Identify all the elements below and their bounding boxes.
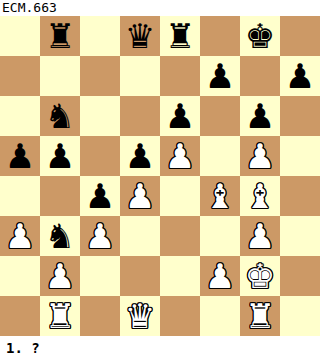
- square-c5[interactable]: [80, 136, 120, 176]
- square-d8[interactable]: ♛: [120, 16, 160, 56]
- square-d5[interactable]: ♟: [120, 136, 160, 176]
- square-a3[interactable]: ♟: [0, 216, 40, 256]
- square-e3[interactable]: [160, 216, 200, 256]
- square-f8[interactable]: [200, 16, 240, 56]
- square-g6[interactable]: ♟: [240, 96, 280, 136]
- white-pawn-piece: ♟: [40, 256, 80, 296]
- square-e7[interactable]: [160, 56, 200, 96]
- square-g4[interactable]: ♝: [240, 176, 280, 216]
- white-king-piece: ♚: [240, 256, 280, 296]
- square-e8[interactable]: ♜: [160, 16, 200, 56]
- square-a6[interactable]: [0, 96, 40, 136]
- square-g7[interactable]: [240, 56, 280, 96]
- black-pawn-piece: ♟: [160, 96, 200, 136]
- square-c8[interactable]: [80, 16, 120, 56]
- square-f4[interactable]: ♝: [200, 176, 240, 216]
- square-h7[interactable]: ♟: [280, 56, 320, 96]
- square-a4[interactable]: [0, 176, 40, 216]
- square-a8[interactable]: [0, 16, 40, 56]
- black-rook-piece: ♜: [40, 16, 80, 56]
- square-b3[interactable]: ♞: [40, 216, 80, 256]
- square-d2[interactable]: [120, 256, 160, 296]
- square-d6[interactable]: [120, 96, 160, 136]
- square-g8[interactable]: ♚: [240, 16, 280, 56]
- black-pawn-piece: ♟: [0, 136, 40, 176]
- square-a5[interactable]: ♟: [0, 136, 40, 176]
- square-f5[interactable]: [200, 136, 240, 176]
- black-knight-piece: ♞: [40, 216, 80, 256]
- move-prompt: 1. ?: [0, 336, 320, 356]
- puzzle-title: ECM.663: [0, 0, 320, 16]
- white-pawn-piece: ♟: [80, 216, 120, 256]
- square-h4[interactable]: [280, 176, 320, 216]
- white-pawn-piece: ♟: [240, 136, 280, 176]
- black-pawn-piece: ♟: [280, 56, 320, 96]
- square-a2[interactable]: [0, 256, 40, 296]
- square-b5[interactable]: ♟: [40, 136, 80, 176]
- square-c6[interactable]: [80, 96, 120, 136]
- square-h2[interactable]: [280, 256, 320, 296]
- square-d1[interactable]: ♛: [120, 296, 160, 336]
- square-a1[interactable]: [0, 296, 40, 336]
- square-f2[interactable]: ♟: [200, 256, 240, 296]
- square-f3[interactable]: [200, 216, 240, 256]
- square-h6[interactable]: [280, 96, 320, 136]
- square-d4[interactable]: ♟: [120, 176, 160, 216]
- black-king-piece: ♚: [240, 16, 280, 56]
- square-g2[interactable]: ♚: [240, 256, 280, 296]
- white-bishop-piece: ♝: [240, 176, 280, 216]
- white-pawn-piece: ♟: [160, 136, 200, 176]
- square-f1[interactable]: [200, 296, 240, 336]
- square-c1[interactable]: [80, 296, 120, 336]
- black-pawn-piece: ♟: [80, 176, 120, 216]
- black-knight-piece: ♞: [40, 96, 80, 136]
- black-pawn-piece: ♟: [40, 136, 80, 176]
- square-g5[interactable]: ♟: [240, 136, 280, 176]
- square-b4[interactable]: [40, 176, 80, 216]
- square-h8[interactable]: [280, 16, 320, 56]
- square-b1[interactable]: ♜: [40, 296, 80, 336]
- square-a7[interactable]: [0, 56, 40, 96]
- white-bishop-piece: ♝: [200, 176, 240, 216]
- white-rook-piece: ♜: [40, 296, 80, 336]
- black-queen-piece: ♛: [120, 16, 160, 56]
- square-b7[interactable]: [40, 56, 80, 96]
- square-b2[interactable]: ♟: [40, 256, 80, 296]
- square-f7[interactable]: ♟: [200, 56, 240, 96]
- square-g3[interactable]: ♟: [240, 216, 280, 256]
- square-c4[interactable]: ♟: [80, 176, 120, 216]
- chess-board: ♜♛♜♚♟♟♞♟♟♟♟♟♟♟♟♟♝♝♟♞♟♟♟♟♚♜♛♜: [0, 16, 320, 336]
- black-pawn-piece: ♟: [200, 56, 240, 96]
- square-g1[interactable]: ♜: [240, 296, 280, 336]
- square-d3[interactable]: [120, 216, 160, 256]
- square-e6[interactable]: ♟: [160, 96, 200, 136]
- square-e1[interactable]: [160, 296, 200, 336]
- square-e2[interactable]: [160, 256, 200, 296]
- square-f6[interactable]: [200, 96, 240, 136]
- square-h5[interactable]: [280, 136, 320, 176]
- square-h3[interactable]: [280, 216, 320, 256]
- white-pawn-piece: ♟: [200, 256, 240, 296]
- white-rook-piece: ♜: [240, 296, 280, 336]
- square-h1[interactable]: [280, 296, 320, 336]
- square-c7[interactable]: [80, 56, 120, 96]
- square-c2[interactable]: [80, 256, 120, 296]
- square-e4[interactable]: [160, 176, 200, 216]
- black-rook-piece: ♜: [160, 16, 200, 56]
- black-pawn-piece: ♟: [240, 96, 280, 136]
- white-pawn-piece: ♟: [240, 216, 280, 256]
- square-b6[interactable]: ♞: [40, 96, 80, 136]
- square-b8[interactable]: ♜: [40, 16, 80, 56]
- square-e5[interactable]: ♟: [160, 136, 200, 176]
- square-c3[interactable]: ♟: [80, 216, 120, 256]
- black-pawn-piece: ♟: [120, 136, 160, 176]
- white-pawn-piece: ♟: [0, 216, 40, 256]
- square-d7[interactable]: [120, 56, 160, 96]
- white-queen-piece: ♛: [120, 296, 160, 336]
- puzzle-window: ECM.663 ♜♛♜♚♟♟♞♟♟♟♟♟♟♟♟♟♝♝♟♞♟♟♟♟♚♜♛♜ 1. …: [0, 0, 320, 360]
- white-pawn-piece: ♟: [120, 176, 160, 216]
